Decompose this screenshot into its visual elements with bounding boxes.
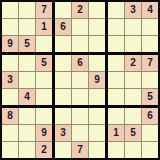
cell-r9c6[interactable] xyxy=(89,142,105,158)
cell-r1c9[interactable]: 4 xyxy=(142,2,158,18)
cell-r3c1[interactable]: 9 xyxy=(2,36,18,52)
cell-r5c8[interactable] xyxy=(125,72,141,88)
cell-r1c6[interactable] xyxy=(89,2,105,18)
sudoku-app: 719526345346927589237615 xyxy=(0,0,160,160)
sudoku-box-5: 69 xyxy=(55,55,105,105)
cell-r7c4[interactable] xyxy=(55,108,71,124)
cell-r9c4[interactable] xyxy=(55,142,71,158)
cell-r2c1[interactable] xyxy=(2,19,18,35)
cell-r8c4[interactable]: 3 xyxy=(55,125,71,141)
cell-r5c7[interactable] xyxy=(108,72,124,88)
sudoku-box-3: 34 xyxy=(108,2,158,52)
cell-r1c2[interactable] xyxy=(19,2,35,18)
cell-r1c7[interactable] xyxy=(108,2,124,18)
cell-r4c7[interactable] xyxy=(108,55,124,71)
cell-r7c6[interactable] xyxy=(89,108,105,124)
cell-r6c4[interactable] xyxy=(55,89,71,105)
cell-r4c9[interactable]: 7 xyxy=(142,55,158,71)
cell-r8c1[interactable] xyxy=(2,125,18,141)
cell-r2c5[interactable] xyxy=(72,19,88,35)
cell-r9c1[interactable] xyxy=(2,142,18,158)
cell-r9c9[interactable] xyxy=(142,142,158,158)
cell-r9c3[interactable]: 2 xyxy=(36,142,52,158)
sudoku-box-4: 534 xyxy=(2,55,52,105)
cell-r9c7[interactable] xyxy=(108,142,124,158)
cell-r3c3[interactable] xyxy=(36,36,52,52)
cell-r7c2[interactable] xyxy=(19,108,35,124)
cell-r6c9[interactable]: 5 xyxy=(142,89,158,105)
cell-r3c4[interactable] xyxy=(55,36,71,52)
cell-r2c3[interactable]: 1 xyxy=(36,19,52,35)
cell-r1c1[interactable] xyxy=(2,2,18,18)
cell-r3c8[interactable] xyxy=(125,36,141,52)
cell-r4c2[interactable] xyxy=(19,55,35,71)
cell-r7c3[interactable] xyxy=(36,108,52,124)
cell-r6c8[interactable] xyxy=(125,89,141,105)
cell-r4c4[interactable] xyxy=(55,55,71,71)
cell-r5c9[interactable] xyxy=(142,72,158,88)
cell-r8c9[interactable] xyxy=(142,125,158,141)
cell-r6c1[interactable] xyxy=(2,89,18,105)
cell-r4c8[interactable]: 2 xyxy=(125,55,141,71)
sudoku-board: 719526345346927589237615 xyxy=(0,0,160,160)
cell-r2c2[interactable] xyxy=(19,19,35,35)
cell-r7c9[interactable]: 6 xyxy=(142,108,158,124)
cell-r5c4[interactable] xyxy=(55,72,71,88)
cell-r1c3[interactable]: 7 xyxy=(36,2,52,18)
cell-r2c4[interactable]: 6 xyxy=(55,19,71,35)
sudoku-box-6: 275 xyxy=(108,55,158,105)
cell-r4c6[interactable] xyxy=(89,55,105,71)
cell-r8c3[interactable]: 9 xyxy=(36,125,52,141)
cell-r5c5[interactable] xyxy=(72,72,88,88)
cell-r6c7[interactable] xyxy=(108,89,124,105)
sudoku-box-7: 892 xyxy=(2,108,52,158)
cell-r5c2[interactable] xyxy=(19,72,35,88)
cell-r8c7[interactable]: 1 xyxy=(108,125,124,141)
cell-r1c5[interactable]: 2 xyxy=(72,2,88,18)
cell-r4c5[interactable]: 6 xyxy=(72,55,88,71)
cell-r7c8[interactable] xyxy=(125,108,141,124)
cell-r2c8[interactable] xyxy=(125,19,141,35)
cell-r3c2[interactable]: 5 xyxy=(19,36,35,52)
cell-r8c5[interactable] xyxy=(72,125,88,141)
cell-r3c7[interactable] xyxy=(108,36,124,52)
cell-r7c5[interactable] xyxy=(72,108,88,124)
cell-r9c5[interactable]: 7 xyxy=(72,142,88,158)
cell-r8c6[interactable] xyxy=(89,125,105,141)
cell-r9c2[interactable] xyxy=(19,142,35,158)
cell-r6c3[interactable] xyxy=(36,89,52,105)
cell-r8c2[interactable] xyxy=(19,125,35,141)
sudoku-box-1: 7195 xyxy=(2,2,52,52)
cell-r8c8[interactable]: 5 xyxy=(125,125,141,141)
cell-r3c9[interactable] xyxy=(142,36,158,52)
cell-r3c5[interactable] xyxy=(72,36,88,52)
cell-r7c1[interactable]: 8 xyxy=(2,108,18,124)
cell-r9c8[interactable] xyxy=(125,142,141,158)
cell-r5c3[interactable] xyxy=(36,72,52,88)
cell-r5c1[interactable]: 3 xyxy=(2,72,18,88)
cell-r6c2[interactable]: 4 xyxy=(19,89,35,105)
cell-r3c6[interactable] xyxy=(89,36,105,52)
cell-r2c6[interactable] xyxy=(89,19,105,35)
cell-r1c4[interactable] xyxy=(55,2,71,18)
cell-r6c5[interactable] xyxy=(72,89,88,105)
sudoku-box-2: 26 xyxy=(55,2,105,52)
sudoku-box-9: 615 xyxy=(108,108,158,158)
cell-r4c1[interactable] xyxy=(2,55,18,71)
cell-r5c6[interactable]: 9 xyxy=(89,72,105,88)
cell-r4c3[interactable]: 5 xyxy=(36,55,52,71)
cell-r2c7[interactable] xyxy=(108,19,124,35)
cell-r1c8[interactable]: 3 xyxy=(125,2,141,18)
cell-r7c7[interactable] xyxy=(108,108,124,124)
sudoku-box-8: 37 xyxy=(55,108,105,158)
cell-r2c9[interactable] xyxy=(142,19,158,35)
cell-r6c6[interactable] xyxy=(89,89,105,105)
